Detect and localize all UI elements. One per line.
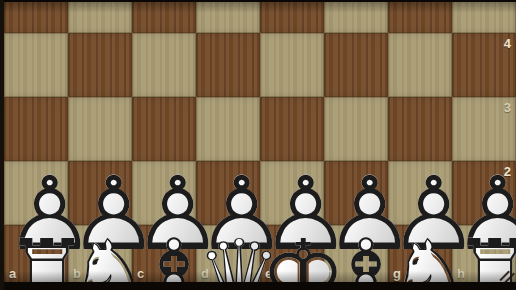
square-f2[interactable]: ♟♙ [324,161,388,225]
square-a1[interactable]: a♜♖ [4,225,68,289]
piece-white-pawn-c2[interactable]: ♟♙ [132,161,196,225]
piece-white-pawn-e2[interactable]: ♟♙ [260,161,324,225]
square-e2[interactable]: ♟♙ [260,161,324,225]
piece-white-knight-g1[interactable]: ♞♘ [388,225,452,289]
square-c5[interactable] [132,0,196,33]
square-f4[interactable] [324,33,388,97]
piece-white-bishop-c1[interactable]: ♝♗ [132,225,196,289]
left-frame-strip [0,0,4,290]
square-d5[interactable] [196,0,260,33]
square-f5[interactable] [324,0,388,33]
rank-label-3: 3 [504,101,511,114]
square-c2[interactable]: ♟♙ [132,161,196,225]
square-h4[interactable]: 4 [452,33,516,97]
piece-white-pawn-f2[interactable]: ♟♙ [324,161,388,225]
square-e1[interactable]: e♚♔ [260,225,324,289]
square-c3[interactable] [132,97,196,161]
letterbox-bar-bottom [0,282,516,290]
square-a3[interactable] [4,97,68,161]
square-a2[interactable]: ♟♙ [4,161,68,225]
piece-white-pawn-b2[interactable]: ♟♙ [68,161,132,225]
piece-white-pawn-h2[interactable]: ♟♙ [452,161,516,225]
letterbox-bar-top [0,0,516,2]
square-b5[interactable] [68,0,132,33]
square-c4[interactable] [132,33,196,97]
piece-white-pawn-a2[interactable]: ♟♙ [4,161,68,225]
corner-grip-icon [500,270,513,281]
square-g2[interactable]: ♟♙ [388,161,452,225]
square-g5[interactable] [388,0,452,33]
chessboard: 43♟♙♟♙♟♙♟♙♟♙♟♙♟♙2♟♙a♜♖b♞♘c♝♗d♛♕e♚♔f♝♗g♞♘… [4,0,516,289]
square-e5[interactable] [260,0,324,33]
square-d3[interactable] [196,97,260,161]
piece-white-queen-d1[interactable]: ♛♕ [196,225,260,289]
square-h3[interactable]: 3 [452,97,516,161]
square-d2[interactable]: ♟♙ [196,161,260,225]
square-g3[interactable] [388,97,452,161]
square-g4[interactable] [388,33,452,97]
square-a5[interactable] [4,0,68,33]
square-e3[interactable] [260,97,324,161]
square-b2[interactable]: ♟♙ [68,161,132,225]
piece-white-bishop-f1[interactable]: ♝♗ [324,225,388,289]
square-h5[interactable] [452,0,516,33]
square-b4[interactable] [68,33,132,97]
square-a4[interactable] [4,33,68,97]
chess-app-screenshot: 43♟♙♟♙♟♙♟♙♟♙♟♙♟♙2♟♙a♜♖b♞♘c♝♗d♛♕e♚♔f♝♗g♞♘… [0,0,516,290]
square-h2[interactable]: 2♟♙ [452,161,516,225]
square-d1[interactable]: d♛♕ [196,225,260,289]
piece-white-rook-a1[interactable]: ♜♖ [4,225,68,289]
piece-white-pawn-g2[interactable]: ♟♙ [388,161,452,225]
piece-white-knight-b1[interactable]: ♞♘ [68,225,132,289]
piece-white-pawn-d2[interactable]: ♟♙ [196,161,260,225]
square-b3[interactable] [68,97,132,161]
rank-label-4: 4 [504,37,511,50]
square-f3[interactable] [324,97,388,161]
square-b1[interactable]: b♞♘ [68,225,132,289]
piece-white-king-e1[interactable]: ♚♔ [260,225,324,289]
square-d4[interactable] [196,33,260,97]
square-g1[interactable]: g♞♘ [388,225,452,289]
square-c1[interactable]: c♝♗ [132,225,196,289]
square-e4[interactable] [260,33,324,97]
square-f1[interactable]: f♝♗ [324,225,388,289]
